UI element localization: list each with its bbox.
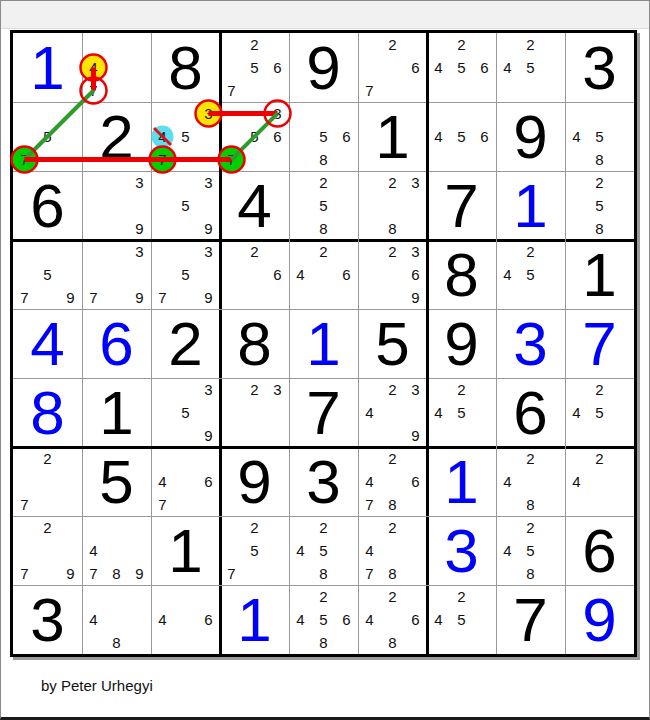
empty-slot: [220, 539, 243, 562]
candidates: 359: [151, 171, 220, 240]
cell-r1c9[interactable]: 3: [565, 33, 634, 102]
solved-digit: 3: [444, 520, 478, 582]
cell-r6c2[interactable]: 1: [82, 378, 151, 447]
empty-slot: [611, 470, 634, 493]
empty-slot: [197, 125, 220, 148]
cell-r4c1[interactable]: 579: [13, 240, 82, 309]
empty-slot: [542, 56, 565, 79]
candidates: 27: [13, 447, 82, 516]
empty-slot: [404, 562, 427, 585]
solved-digit: 9: [582, 589, 616, 651]
cell-r3c7[interactable]: 7: [427, 171, 496, 240]
candidate-5: 5: [36, 263, 59, 286]
empty-slot: [289, 194, 312, 217]
candidate-4: 4: [289, 263, 312, 286]
empty-slot: [36, 493, 59, 516]
candidate-2: 2: [450, 585, 473, 608]
empty-slot: [197, 447, 220, 470]
candidate-9: 9: [128, 562, 151, 585]
empty-slot: [335, 631, 358, 654]
cell-r3c5[interactable]: 258: [289, 171, 358, 240]
candidates: 2458: [289, 516, 358, 585]
solved-digit: 1: [30, 37, 64, 99]
candidate-5: 5: [519, 263, 542, 286]
candidate-9: 9: [404, 286, 427, 309]
candidates: 246: [289, 240, 358, 309]
empty-slot: [151, 171, 174, 194]
candidate-8: 8: [312, 631, 335, 654]
cell-r9c6[interactable]: 2468: [358, 585, 427, 654]
empty-slot: [404, 516, 427, 539]
cell-r5c5[interactable]: 1: [289, 309, 358, 378]
cell-r7c5[interactable]: 3: [289, 447, 358, 516]
empty-slot: [381, 401, 404, 424]
cell-r4c4[interactable]: 26: [220, 240, 289, 309]
empty-slot: [519, 79, 542, 102]
empty-slot: [243, 263, 266, 286]
candidate-6: 6: [404, 470, 427, 493]
candidate-2: 2: [450, 33, 473, 56]
empty-slot: [496, 493, 519, 516]
empty-slot: [381, 79, 404, 102]
candidates: 467: [151, 447, 220, 516]
empty-slot: [427, 102, 450, 125]
candidate-2: 2: [519, 516, 542, 539]
cell-r7c6[interactable]: 24678: [358, 447, 427, 516]
empty-slot: [266, 79, 289, 102]
empty-slot: [243, 424, 266, 447]
cell-r7c4[interactable]: 9: [220, 447, 289, 516]
candidate-2: 2: [519, 447, 542, 470]
top-strip: [1, 1, 649, 29]
solved-digit: 1: [513, 175, 547, 237]
candidates: 579: [13, 240, 82, 309]
cell-r7c1[interactable]: 27: [13, 447, 82, 516]
candidate-2: 2: [588, 171, 611, 194]
cell-r9c7[interactable]: 245: [427, 585, 496, 654]
given-digit: 8: [444, 244, 478, 306]
cell-r1c5[interactable]: 9: [289, 33, 358, 102]
empty-slot: [105, 79, 128, 102]
empty-slot: [427, 33, 450, 56]
candidate-7: 7: [13, 493, 36, 516]
empty-slot: [450, 79, 473, 102]
candidate-2: 2: [243, 33, 266, 56]
cell-r9c9[interactable]: 9: [565, 585, 634, 654]
cell-r8c4[interactable]: 257: [220, 516, 289, 585]
cell-r5c2[interactable]: 6: [82, 309, 151, 378]
empty-slot: [381, 470, 404, 493]
empty-slot: [151, 401, 174, 424]
empty-slot: [36, 470, 59, 493]
empty-slot: [105, 56, 128, 79]
cell-r8c7[interactable]: 3: [427, 516, 496, 585]
empty-slot: [565, 217, 588, 240]
empty-slot: [335, 240, 358, 263]
given-digit: 7: [444, 175, 478, 237]
empty-slot: [565, 493, 588, 516]
candidate-3: 3: [128, 240, 151, 263]
candidates: 2478: [358, 516, 427, 585]
candidates: 48: [82, 585, 151, 654]
candidates: 3457: [151, 102, 220, 171]
empty-slot: [197, 585, 220, 608]
cell-r8c3[interactable]: 1: [151, 516, 220, 585]
empty-slot: [266, 562, 289, 585]
empty-slot: [496, 286, 519, 309]
cell-r7c8[interactable]: 248: [496, 447, 565, 516]
candidates: 245: [565, 378, 634, 447]
cell-r6c5[interactable]: 7: [289, 378, 358, 447]
empty-slot: [381, 263, 404, 286]
candidate-2: 2: [381, 33, 404, 56]
empty-slot: [13, 263, 36, 286]
candidates: 47: [82, 33, 151, 102]
candidates: 24: [565, 447, 634, 516]
empty-slot: [335, 539, 358, 562]
given-digit: 2: [168, 313, 202, 375]
empty-slot: [174, 102, 197, 125]
empty-slot: [473, 608, 496, 631]
candidates: 568: [289, 102, 358, 171]
cell-r2c7[interactable]: 456: [427, 102, 496, 171]
cell-r8c8[interactable]: 2458: [496, 516, 565, 585]
given-digit: 3: [30, 589, 64, 651]
empty-slot: [358, 378, 381, 401]
empty-slot: [404, 631, 427, 654]
empty-slot: [565, 447, 588, 470]
given-digit: 7: [306, 382, 340, 444]
cell-r2c9[interactable]: 458: [565, 102, 634, 171]
empty-slot: [335, 516, 358, 539]
cell-r2c8[interactable]: 9: [496, 102, 565, 171]
cell-r8c9[interactable]: 6: [565, 516, 634, 585]
page: 1478256792672456245357234573567568145694…: [0, 0, 650, 720]
cell-r5c1[interactable]: 4: [13, 309, 82, 378]
empty-slot: [565, 424, 588, 447]
empty-slot: [611, 125, 634, 148]
cell-r4c2[interactable]: 379: [82, 240, 151, 309]
candidate-4: 4: [565, 401, 588, 424]
empty-slot: [565, 378, 588, 401]
empty-slot: [105, 263, 128, 286]
empty-slot: [82, 631, 105, 654]
cell-r3c3[interactable]: 359: [151, 171, 220, 240]
cell-r9c5[interactable]: 24568: [289, 585, 358, 654]
empty-slot: [82, 33, 105, 56]
cell-r7c3[interactable]: 467: [151, 447, 220, 516]
empty-slot: [82, 240, 105, 263]
cell-r6c6[interactable]: 2349: [358, 378, 427, 447]
empty-slot: [381, 286, 404, 309]
cell-r3c6[interactable]: 238: [358, 171, 427, 240]
empty-slot: [36, 240, 59, 263]
empty-slot: [473, 33, 496, 56]
candidate-4: 4: [496, 539, 519, 562]
cell-r4c6[interactable]: 2369: [358, 240, 427, 309]
empty-slot: [197, 401, 220, 424]
empty-slot: [266, 286, 289, 309]
empty-slot: [542, 447, 565, 470]
empty-slot: [174, 631, 197, 654]
candidates: 57: [13, 102, 82, 171]
empty-slot: [473, 631, 496, 654]
candidate-8: 8: [588, 148, 611, 171]
candidate-2: 2: [243, 516, 266, 539]
empty-slot: [220, 263, 243, 286]
board-cells: 1478256792672456245357234573567568145694…: [13, 33, 634, 654]
cell-r5c7[interactable]: 9: [427, 309, 496, 378]
cell-r8c1[interactable]: 279: [13, 516, 82, 585]
empty-slot: [496, 516, 519, 539]
candidate-5: 5: [450, 125, 473, 148]
cell-r1c6[interactable]: 267: [358, 33, 427, 102]
candidate-4: 4: [82, 56, 105, 79]
empty-slot: [59, 539, 82, 562]
cell-r2c4[interactable]: 3567: [220, 102, 289, 171]
empty-slot: [82, 171, 105, 194]
cell-r9c3[interactable]: 46: [151, 585, 220, 654]
candidate-4: 4: [151, 125, 174, 148]
candidate-6: 6: [335, 608, 358, 631]
empty-slot: [197, 148, 220, 171]
cell-r2c2[interactable]: 2: [82, 102, 151, 171]
cell-r6c8[interactable]: 6: [496, 378, 565, 447]
empty-slot: [13, 240, 36, 263]
cell-r2c1[interactable]: 57: [13, 102, 82, 171]
cell-r1c4[interactable]: 2567: [220, 33, 289, 102]
empty-slot: [450, 102, 473, 125]
empty-slot: [151, 378, 174, 401]
cell-r3c2[interactable]: 39: [82, 171, 151, 240]
given-digit: 9: [513, 106, 547, 168]
cell-r3c8[interactable]: 1: [496, 171, 565, 240]
empty-slot: [36, 562, 59, 585]
candidate-2: 2: [243, 240, 266, 263]
solved-digit: 8: [30, 382, 64, 444]
empty-slot: [404, 79, 427, 102]
candidate-7: 7: [220, 148, 243, 171]
candidate-3: 3: [266, 378, 289, 401]
cell-r1c2[interactable]: 47: [82, 33, 151, 102]
candidate-5: 5: [174, 125, 197, 148]
empty-slot: [427, 424, 450, 447]
empty-slot: [128, 56, 151, 79]
candidate-5: 5: [588, 401, 611, 424]
cell-r5c3[interactable]: 2: [151, 309, 220, 378]
candidate-2: 2: [588, 447, 611, 470]
solved-digit: 3: [513, 313, 547, 375]
cell-r2c3[interactable]: 3457: [151, 102, 220, 171]
given-digit: 8: [237, 313, 271, 375]
candidate-9: 9: [59, 562, 82, 585]
cell-r8c2[interactable]: 4789: [82, 516, 151, 585]
empty-slot: [266, 401, 289, 424]
cell-r5c4[interactable]: 8: [220, 309, 289, 378]
empty-slot: [220, 56, 243, 79]
empty-slot: [220, 424, 243, 447]
empty-slot: [220, 102, 243, 125]
candidate-5: 5: [243, 56, 266, 79]
cell-r9c8[interactable]: 7: [496, 585, 565, 654]
empty-slot: [542, 562, 565, 585]
candidates: 359: [151, 378, 220, 447]
cell-r7c9[interactable]: 24: [565, 447, 634, 516]
candidate-7: 7: [358, 79, 381, 102]
empty-slot: [473, 102, 496, 125]
empty-slot: [496, 79, 519, 102]
candidate-4: 4: [358, 539, 381, 562]
candidates: 24568: [289, 585, 358, 654]
empty-slot: [335, 148, 358, 171]
candidates: 258: [289, 171, 358, 240]
candidates: 3567: [220, 102, 289, 171]
empty-slot: [289, 102, 312, 125]
candidate-4: 4: [151, 470, 174, 493]
cell-r8c5[interactable]: 2458: [289, 516, 358, 585]
candidate-8: 8: [105, 631, 128, 654]
candidate-5: 5: [174, 263, 197, 286]
cell-r5c6[interactable]: 5: [358, 309, 427, 378]
candidate-7: 7: [82, 79, 105, 102]
cell-r1c7[interactable]: 2456: [427, 33, 496, 102]
empty-slot: [542, 493, 565, 516]
cell-r1c1[interactable]: 1: [13, 33, 82, 102]
cell-r9c4[interactable]: 1: [220, 585, 289, 654]
cell-r4c7[interactable]: 8: [427, 240, 496, 309]
empty-slot: [128, 516, 151, 539]
empty-slot: [243, 401, 266, 424]
cell-r9c1[interactable]: 3: [13, 585, 82, 654]
given-digit: 1: [99, 382, 133, 444]
candidate-4: 4: [427, 56, 450, 79]
empty-slot: [105, 194, 128, 217]
cell-r5c8[interactable]: 3: [496, 309, 565, 378]
empty-slot: [266, 148, 289, 171]
cell-r3c9[interactable]: 258: [565, 171, 634, 240]
cell-r6c1[interactable]: 8: [13, 378, 82, 447]
cell-r4c5[interactable]: 246: [289, 240, 358, 309]
empty-slot: [13, 539, 36, 562]
candidate-2: 2: [381, 447, 404, 470]
empty-slot: [335, 194, 358, 217]
cell-r2c6[interactable]: 1: [358, 102, 427, 171]
candidate-4: 4: [358, 470, 381, 493]
cell-r7c2[interactable]: 5: [82, 447, 151, 516]
cell-r5c9[interactable]: 7: [565, 309, 634, 378]
empty-slot: [496, 33, 519, 56]
empty-slot: [542, 539, 565, 562]
empty-slot: [289, 217, 312, 240]
empty-slot: [381, 608, 404, 631]
empty-slot: [358, 424, 381, 447]
candidate-4: 4: [496, 470, 519, 493]
empty-slot: [358, 194, 381, 217]
empty-slot: [289, 562, 312, 585]
cell-r6c7[interactable]: 245: [427, 378, 496, 447]
candidates: 26: [220, 240, 289, 309]
empty-slot: [496, 562, 519, 585]
cell-r7c7[interactable]: 1: [427, 447, 496, 516]
candidate-8: 8: [105, 562, 128, 585]
given-digit: 8: [168, 37, 202, 99]
empty-slot: [542, 263, 565, 286]
empty-slot: [565, 171, 588, 194]
given-digit: 1: [582, 244, 616, 306]
cell-r1c3[interactable]: 8: [151, 33, 220, 102]
candidate-4: 4: [427, 125, 450, 148]
candidate-8: 8: [381, 562, 404, 585]
empty-slot: [220, 286, 243, 309]
candidate-3: 3: [197, 240, 220, 263]
cell-r4c3[interactable]: 3579: [151, 240, 220, 309]
empty-slot: [358, 56, 381, 79]
empty-slot: [82, 585, 105, 608]
empty-slot: [105, 240, 128, 263]
cell-r4c8[interactable]: 245: [496, 240, 565, 309]
empty-slot: [151, 631, 174, 654]
empty-slot: [243, 102, 266, 125]
candidate-7: 7: [82, 562, 105, 585]
cell-r6c3[interactable]: 359: [151, 378, 220, 447]
empty-slot: [174, 447, 197, 470]
candidates: 245: [427, 378, 496, 447]
empty-slot: [542, 79, 565, 102]
candidate-5: 5: [312, 194, 335, 217]
empty-slot: [381, 194, 404, 217]
empty-slot: [611, 424, 634, 447]
cell-r1c8[interactable]: 245: [496, 33, 565, 102]
candidate-4: 4: [82, 608, 105, 631]
candidate-6: 6: [197, 608, 220, 631]
candidate-5: 5: [519, 56, 542, 79]
candidate-9: 9: [197, 217, 220, 240]
candidate-6: 6: [335, 125, 358, 148]
cell-r6c9[interactable]: 245: [565, 378, 634, 447]
cell-r9c2[interactable]: 48: [82, 585, 151, 654]
cell-r8c6[interactable]: 2478: [358, 516, 427, 585]
empty-slot: [105, 217, 128, 240]
empty-slot: [542, 240, 565, 263]
empty-slot: [358, 217, 381, 240]
empty-slot: [404, 401, 427, 424]
cell-r3c4[interactable]: 4: [220, 171, 289, 240]
empty-slot: [151, 263, 174, 286]
candidate-5: 5: [450, 56, 473, 79]
empty-slot: [358, 286, 381, 309]
empty-slot: [335, 217, 358, 240]
candidates: 24678: [358, 447, 427, 516]
cell-r6c4[interactable]: 23: [220, 378, 289, 447]
candidate-6: 6: [266, 125, 289, 148]
candidate-6: 6: [335, 263, 358, 286]
empty-slot: [105, 585, 128, 608]
cell-r2c5[interactable]: 568: [289, 102, 358, 171]
empty-slot: [82, 217, 105, 240]
empty-slot: [611, 217, 634, 240]
cell-r3c1[interactable]: 6: [13, 171, 82, 240]
candidates: 23: [220, 378, 289, 447]
candidate-6: 6: [404, 56, 427, 79]
empty-slot: [358, 171, 381, 194]
empty-slot: [588, 470, 611, 493]
empty-slot: [82, 263, 105, 286]
empty-slot: [128, 539, 151, 562]
candidates: 279: [13, 516, 82, 585]
empty-slot: [427, 148, 450, 171]
cell-r4c9[interactable]: 1: [565, 240, 634, 309]
given-digit: 9: [444, 313, 478, 375]
